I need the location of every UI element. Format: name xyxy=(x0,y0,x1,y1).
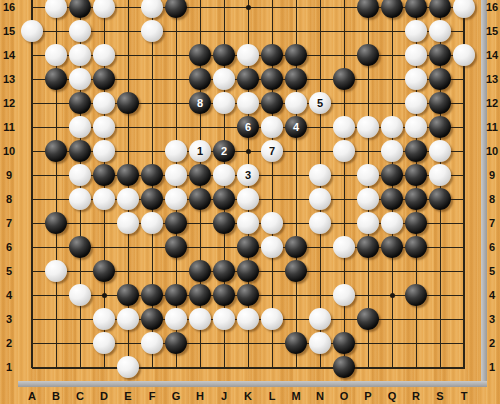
stone-white-N8[interactable] xyxy=(309,188,331,210)
row-label-right-7: 7 xyxy=(484,218,500,229)
stone-white-K9[interactable]: 3 xyxy=(237,164,259,186)
stone-white-K3[interactable] xyxy=(237,308,259,330)
stone-white-L6[interactable] xyxy=(261,236,283,258)
stone-white-D11[interactable] xyxy=(93,116,115,138)
stone-black-R6[interactable] xyxy=(405,236,427,258)
stone-black-C10[interactable] xyxy=(69,140,91,162)
stone-white-G3[interactable] xyxy=(165,308,187,330)
col-label-F: F xyxy=(143,391,161,402)
stone-white-B14[interactable] xyxy=(45,44,67,66)
stone-white-P9[interactable] xyxy=(357,164,379,186)
stone-black-G2[interactable] xyxy=(165,332,187,354)
stone-white-R11[interactable] xyxy=(405,116,427,138)
stone-black-P14[interactable] xyxy=(357,44,379,66)
stone-white-K7[interactable] xyxy=(237,212,259,234)
stone-white-T14[interactable] xyxy=(453,44,475,66)
stone-white-R14[interactable] xyxy=(405,44,427,66)
stone-black-H4[interactable] xyxy=(189,284,211,306)
col-label-P: P xyxy=(359,391,377,402)
go-board-screenshot: 85641273 1616151514141313121211111010998… xyxy=(0,0,500,404)
stone-black-H13[interactable] xyxy=(189,68,211,90)
stone-black-K13[interactable] xyxy=(237,68,259,90)
stone-white-M12[interactable] xyxy=(285,92,307,114)
stone-black-B10[interactable] xyxy=(45,140,67,162)
stone-white-N7[interactable] xyxy=(309,212,331,234)
stone-black-K6[interactable] xyxy=(237,236,259,258)
stone-black-J7[interactable] xyxy=(213,212,235,234)
stone-white-R13[interactable] xyxy=(405,68,427,90)
stone-white-R12[interactable] xyxy=(405,92,427,114)
stone-white-P8[interactable] xyxy=(357,188,379,210)
stone-white-P11[interactable] xyxy=(357,116,379,138)
stone-white-N12[interactable]: 5 xyxy=(309,92,331,114)
stone-white-C15[interactable] xyxy=(69,20,91,42)
row-label-left-16: 16 xyxy=(0,2,18,13)
col-label-S: S xyxy=(431,391,449,402)
stone-white-C8[interactable] xyxy=(69,188,91,210)
stone-black-J14[interactable] xyxy=(213,44,235,66)
move-number-8: 8 xyxy=(197,98,203,109)
stone-black-K11[interactable]: 6 xyxy=(237,116,259,138)
move-number-1: 1 xyxy=(197,146,203,157)
row-label-left-2: 2 xyxy=(0,338,18,349)
row-label-right-8: 8 xyxy=(484,194,500,205)
stone-white-G9[interactable] xyxy=(165,164,187,186)
col-label-J: J xyxy=(215,391,233,402)
stone-white-S10[interactable] xyxy=(429,140,451,162)
stone-white-Q11[interactable] xyxy=(381,116,403,138)
stone-white-D2[interactable] xyxy=(93,332,115,354)
stone-black-B13[interactable] xyxy=(45,68,67,90)
row-label-left-15: 15 xyxy=(0,26,18,37)
stone-white-J13[interactable] xyxy=(213,68,235,90)
row-label-right-14: 14 xyxy=(484,50,500,61)
stone-white-N2[interactable] xyxy=(309,332,331,354)
stone-white-E8[interactable] xyxy=(117,188,139,210)
stone-black-P6[interactable] xyxy=(357,236,379,258)
stone-black-K5[interactable] xyxy=(237,260,259,282)
col-label-L: L xyxy=(263,391,281,402)
stone-black-G4[interactable] xyxy=(165,284,187,306)
move-number-5: 5 xyxy=(317,98,323,109)
move-number-3: 3 xyxy=(245,170,251,181)
stone-black-C6[interactable] xyxy=(69,236,91,258)
stone-black-G6[interactable] xyxy=(165,236,187,258)
stone-white-D12[interactable] xyxy=(93,92,115,114)
stone-white-L7[interactable] xyxy=(261,212,283,234)
stone-black-J5[interactable] xyxy=(213,260,235,282)
stone-white-H3[interactable] xyxy=(189,308,211,330)
row-label-right-16: 16 xyxy=(484,2,500,13)
star-point-K10 xyxy=(246,149,251,154)
stone-black-Q6[interactable] xyxy=(381,236,403,258)
stone-black-E4[interactable] xyxy=(117,284,139,306)
col-label-T: T xyxy=(455,391,473,402)
stone-black-L14[interactable] xyxy=(261,44,283,66)
stone-white-S15[interactable] xyxy=(429,20,451,42)
col-label-D: D xyxy=(95,391,113,402)
stone-black-H8[interactable] xyxy=(189,188,211,210)
row-label-left-6: 6 xyxy=(0,242,18,253)
row-label-left-11: 11 xyxy=(0,122,18,133)
stone-black-F8[interactable] xyxy=(141,188,163,210)
row-label-left-3: 3 xyxy=(0,314,18,325)
stone-black-R8[interactable] xyxy=(405,188,427,210)
row-label-left-10: 10 xyxy=(0,146,18,157)
row-label-left-9: 9 xyxy=(0,170,18,181)
stone-white-N9[interactable] xyxy=(309,164,331,186)
stone-white-D3[interactable] xyxy=(93,308,115,330)
stone-white-E7[interactable] xyxy=(117,212,139,234)
row-label-left-13: 13 xyxy=(0,74,18,85)
col-label-H: H xyxy=(191,391,209,402)
stone-black-C12[interactable] xyxy=(69,92,91,114)
row-label-left-4: 4 xyxy=(0,290,18,301)
stone-white-J9[interactable] xyxy=(213,164,235,186)
col-label-K: K xyxy=(239,391,257,402)
stone-black-M14[interactable] xyxy=(285,44,307,66)
row-label-right-6: 6 xyxy=(484,242,500,253)
stone-white-O6[interactable] xyxy=(333,236,355,258)
stone-black-H14[interactable] xyxy=(189,44,211,66)
move-number-4: 4 xyxy=(293,122,299,133)
col-label-B: B xyxy=(47,391,65,402)
stone-black-D9[interactable] xyxy=(93,164,115,186)
stone-black-F3[interactable] xyxy=(141,308,163,330)
row-label-right-3: 3 xyxy=(484,314,500,325)
stone-black-L13[interactable] xyxy=(261,68,283,90)
move-number-2: 2 xyxy=(221,146,227,157)
stone-white-D8[interactable] xyxy=(93,188,115,210)
row-label-left-1: 1 xyxy=(0,362,18,373)
stone-white-G8[interactable] xyxy=(165,188,187,210)
stone-white-B5[interactable] xyxy=(45,260,67,282)
row-label-right-2: 2 xyxy=(484,338,500,349)
stone-white-C13[interactable] xyxy=(69,68,91,90)
grid-hline-15 xyxy=(32,31,465,32)
stone-black-E9[interactable] xyxy=(117,164,139,186)
stone-black-M13[interactable] xyxy=(285,68,307,90)
stone-black-H12[interactable]: 8 xyxy=(189,92,211,114)
stone-white-R15[interactable] xyxy=(405,20,427,42)
stone-white-D10[interactable] xyxy=(93,140,115,162)
col-label-A: A xyxy=(23,391,41,402)
move-number-6: 6 xyxy=(245,122,251,133)
stone-white-E3[interactable] xyxy=(117,308,139,330)
stone-white-C11[interactable] xyxy=(69,116,91,138)
stone-black-M2[interactable] xyxy=(285,332,307,354)
stone-black-M6[interactable] xyxy=(285,236,307,258)
stone-white-P7[interactable] xyxy=(357,212,379,234)
col-label-R: R xyxy=(407,391,425,402)
stone-white-H10[interactable]: 1 xyxy=(189,140,211,162)
stone-black-H5[interactable] xyxy=(189,260,211,282)
stone-black-S11[interactable] xyxy=(429,116,451,138)
row-label-right-9: 9 xyxy=(484,170,500,181)
stone-black-R10[interactable] xyxy=(405,140,427,162)
stone-black-G7[interactable] xyxy=(165,212,187,234)
col-label-Q: Q xyxy=(383,391,401,402)
grid-hline-1 xyxy=(32,367,465,369)
stone-black-B7[interactable] xyxy=(45,212,67,234)
stone-white-L10[interactable]: 7 xyxy=(261,140,283,162)
stone-white-J12[interactable] xyxy=(213,92,235,114)
stone-white-Q7[interactable] xyxy=(381,212,403,234)
move-number-7: 7 xyxy=(269,146,275,157)
stone-white-L11[interactable] xyxy=(261,116,283,138)
row-label-right-1: 1 xyxy=(484,362,500,373)
row-label-right-15: 15 xyxy=(484,26,500,37)
stone-white-F7[interactable] xyxy=(141,212,163,234)
row-label-left-14: 14 xyxy=(0,50,18,61)
col-label-E: E xyxy=(119,391,137,402)
stone-black-E12[interactable] xyxy=(117,92,139,114)
col-label-O: O xyxy=(335,391,353,402)
stone-black-J8[interactable] xyxy=(213,188,235,210)
row-label-right-12: 12 xyxy=(484,98,500,109)
stone-black-K4[interactable] xyxy=(237,284,259,306)
col-label-M: M xyxy=(287,391,305,402)
row-label-right-4: 4 xyxy=(484,290,500,301)
stone-white-L3[interactable] xyxy=(261,308,283,330)
row-label-left-12: 12 xyxy=(0,98,18,109)
row-label-right-5: 5 xyxy=(484,266,500,277)
stone-white-A15[interactable] xyxy=(21,20,43,42)
stone-black-R4[interactable] xyxy=(405,284,427,306)
stone-white-E1[interactable] xyxy=(117,356,139,378)
star-point-K16 xyxy=(246,5,251,10)
stone-black-S14[interactable] xyxy=(429,44,451,66)
stone-black-F9[interactable] xyxy=(141,164,163,186)
stone-black-Q8[interactable] xyxy=(381,188,403,210)
stone-black-J4[interactable] xyxy=(213,284,235,306)
stone-black-O1[interactable] xyxy=(333,356,355,378)
stone-white-G10[interactable] xyxy=(165,140,187,162)
board-edge-shadow-bottom xyxy=(18,381,487,387)
col-label-C: C xyxy=(71,391,89,402)
stone-black-M11[interactable]: 4 xyxy=(285,116,307,138)
stone-black-P3[interactable] xyxy=(357,308,379,330)
stone-white-N3[interactable] xyxy=(309,308,331,330)
row-label-left-8: 8 xyxy=(0,194,18,205)
row-label-left-5: 5 xyxy=(0,266,18,277)
stone-white-J3[interactable] xyxy=(213,308,235,330)
row-label-right-10: 10 xyxy=(484,146,500,157)
stone-black-R9[interactable] xyxy=(405,164,427,186)
stone-white-K12[interactable] xyxy=(237,92,259,114)
stone-white-F15[interactable] xyxy=(141,20,163,42)
star-point-D4 xyxy=(102,293,107,298)
stone-black-M5[interactable] xyxy=(285,260,307,282)
col-label-N: N xyxy=(311,391,329,402)
stone-white-K8[interactable] xyxy=(237,188,259,210)
stone-black-O2[interactable] xyxy=(333,332,355,354)
stone-black-S12[interactable] xyxy=(429,92,451,114)
col-label-G: G xyxy=(167,391,185,402)
stone-white-C14[interactable] xyxy=(69,44,91,66)
row-label-right-13: 13 xyxy=(484,74,500,85)
stone-white-S9[interactable] xyxy=(429,164,451,186)
stone-black-H9[interactable] xyxy=(189,164,211,186)
stone-white-O11[interactable] xyxy=(333,116,355,138)
stone-black-R7[interactable] xyxy=(405,212,427,234)
stone-black-O13[interactable] xyxy=(333,68,355,90)
stone-black-J10[interactable]: 2 xyxy=(213,140,235,162)
star-point-Q4 xyxy=(390,293,395,298)
stone-white-C9[interactable] xyxy=(69,164,91,186)
stone-white-D14[interactable] xyxy=(93,44,115,66)
stone-black-L12[interactable] xyxy=(261,92,283,114)
stone-black-S13[interactable] xyxy=(429,68,451,90)
stone-white-Q10[interactable] xyxy=(381,140,403,162)
stone-black-Q9[interactable] xyxy=(381,164,403,186)
stone-black-F4[interactable] xyxy=(141,284,163,306)
stone-white-O10[interactable] xyxy=(333,140,355,162)
stone-white-O4[interactable] xyxy=(333,284,355,306)
stone-white-K14[interactable] xyxy=(237,44,259,66)
row-label-right-11: 11 xyxy=(484,122,500,133)
stone-black-S8[interactable] xyxy=(429,188,451,210)
row-label-left-7: 7 xyxy=(0,218,18,229)
stone-white-F2[interactable] xyxy=(141,332,163,354)
stone-black-D13[interactable] xyxy=(93,68,115,90)
stone-black-D5[interactable] xyxy=(93,260,115,282)
stone-white-C4[interactable] xyxy=(69,284,91,306)
